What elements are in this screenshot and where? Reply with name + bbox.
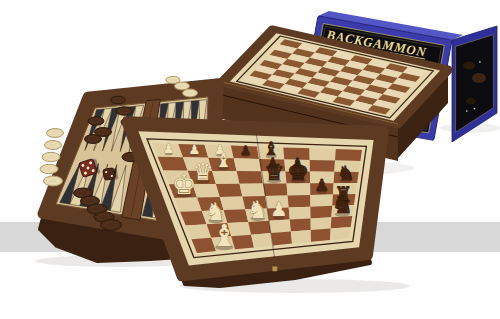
backgammon-checker-dark <box>111 96 126 104</box>
chess-piece-white-king: ♚ <box>172 169 196 200</box>
chess-piece-black-queen: ♛ <box>264 158 285 186</box>
backgammon-checker-dark <box>101 220 122 231</box>
chess-square <box>310 206 332 219</box>
chess-piece-white-pawn: ♟ <box>188 142 200 157</box>
chess-piece-black-knight: ♞ <box>331 190 353 219</box>
chess-square <box>311 229 331 242</box>
chess-square <box>310 148 336 160</box>
chess-box-clasp <box>272 266 277 271</box>
chess-square <box>269 220 291 234</box>
chess-piece-black-pawn: ♟ <box>314 175 329 195</box>
chess-square <box>251 233 273 247</box>
chess-square <box>310 195 333 207</box>
backgammon-checker-light <box>42 152 60 161</box>
side-panel-photo-blob <box>472 73 486 83</box>
chess-square <box>216 184 243 197</box>
chess-piece-white-pawn: ♟ <box>270 198 287 221</box>
side-panel-dot <box>474 108 476 110</box>
backgammon-checker-light <box>45 141 62 150</box>
chess-square <box>291 230 311 244</box>
backgammon-checker-light <box>183 89 198 97</box>
chess-square <box>311 217 332 230</box>
backgammon-checker-light <box>47 129 64 138</box>
chess-square <box>288 195 311 208</box>
chess-piece-white-knight: ♞ <box>247 195 269 224</box>
chess-piece-black-pawn: ♟ <box>240 143 252 158</box>
chess-square <box>271 232 292 246</box>
side-panel-dot <box>466 110 468 112</box>
chess-square <box>310 160 335 172</box>
product-photo-scene: BACKGAMMON SCHACH DAME ♙♗♕♔♘ <box>0 0 500 319</box>
backgammon-checker-dark <box>88 117 104 125</box>
chess-square <box>237 171 263 184</box>
backgammon-checker-light <box>175 82 190 90</box>
side-panel-dot <box>479 61 481 63</box>
chess-piece-white-bishop: ♝ <box>214 149 232 172</box>
backgammon-checker-light <box>44 176 63 186</box>
backgammon-checker-light <box>40 164 58 173</box>
chess-square <box>330 227 351 240</box>
chess-square <box>212 171 239 184</box>
chess-square <box>234 158 261 171</box>
chess-square <box>335 149 362 161</box>
chess-square <box>289 207 311 220</box>
side-panel-photo-blob <box>466 98 476 105</box>
chess-piece-white-bishop: ♝ <box>211 218 238 253</box>
backgammon-checker-dark <box>116 107 132 115</box>
chess-piece-black-king: ♚ <box>287 157 310 186</box>
chess-piece-white-pawn: ♟ <box>163 141 175 156</box>
chess-square <box>290 218 311 231</box>
side-panel-photo-blob <box>463 61 475 69</box>
backgammon-checker-dark <box>85 135 102 144</box>
